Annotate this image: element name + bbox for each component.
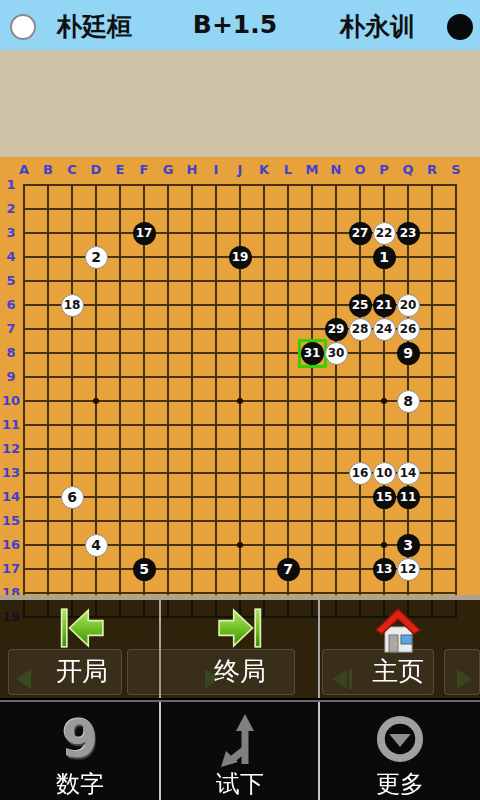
row-label: 16 xyxy=(1,537,21,552)
stone-2: 2 xyxy=(85,246,108,269)
stone-27: 27 xyxy=(349,222,372,245)
row-label: 4 xyxy=(1,249,21,264)
stone-4: 4 xyxy=(85,534,108,557)
column-label: N xyxy=(327,162,345,177)
stone-10: 10 xyxy=(373,462,396,485)
toolbar-row-2: 9 数字 试下 更多 xyxy=(0,700,480,800)
column-label: D xyxy=(87,162,105,177)
row-label: 10 xyxy=(1,393,21,408)
stone-18: 18 xyxy=(61,294,84,317)
column-label: K xyxy=(255,162,273,177)
stone-23: 23 xyxy=(397,222,420,245)
star-point xyxy=(381,542,387,548)
try-variation-label: 试下 xyxy=(160,768,320,800)
stone-13: 13 xyxy=(373,558,396,581)
row-label: 7 xyxy=(1,321,21,336)
stone-11: 11 xyxy=(397,486,420,509)
star-point xyxy=(237,542,243,548)
go-to-start-button[interactable]: 开局 xyxy=(12,600,152,698)
top-margin-area xyxy=(0,50,480,157)
row-label: 1 xyxy=(1,177,21,192)
stone-22: 22 xyxy=(373,222,396,245)
go-to-end-icon xyxy=(217,607,263,649)
try-variation-icon xyxy=(211,710,269,768)
column-label: I xyxy=(207,162,225,177)
toolbar-row-1: 开局 终局 主页 xyxy=(0,600,480,698)
stone-26: 26 xyxy=(397,318,420,341)
move-numbers-button[interactable]: 9 数字 xyxy=(0,702,160,800)
white-player-name: 朴廷桓 xyxy=(57,10,132,43)
column-label: H xyxy=(183,162,201,177)
stone-3: 3 xyxy=(397,534,420,557)
stone-8: 8 xyxy=(397,390,420,413)
go-to-end-label: 终局 xyxy=(170,654,310,689)
row-label: 6 xyxy=(1,297,21,312)
go-to-end-button[interactable]: 终局 xyxy=(170,600,310,698)
stone-6: 6 xyxy=(61,486,84,509)
row-label: 14 xyxy=(1,489,21,504)
stone-25: 25 xyxy=(349,294,372,317)
stone-30: 30 xyxy=(325,342,348,365)
row-label: 8 xyxy=(1,345,21,360)
stone-9: 9 xyxy=(397,342,420,365)
go-to-start-icon xyxy=(59,607,105,649)
column-label: R xyxy=(423,162,441,177)
stone-29: 29 xyxy=(325,318,348,341)
column-label: J xyxy=(231,162,249,177)
home-label: 主页 xyxy=(328,654,468,689)
white-stone-icon xyxy=(10,14,36,40)
column-label: G xyxy=(159,162,177,177)
column-label: L xyxy=(279,162,297,177)
column-label: Q xyxy=(399,162,417,177)
stone-20: 20 xyxy=(397,294,420,317)
move-numbers-icon: 9 xyxy=(62,710,98,768)
toolbar-separator xyxy=(318,600,320,698)
column-label: A xyxy=(15,162,33,177)
column-label: O xyxy=(351,162,369,177)
row-label: 2 xyxy=(1,201,21,216)
more-button[interactable]: 更多 xyxy=(320,702,480,800)
star-point xyxy=(93,398,99,404)
try-variation-button[interactable]: 试下 xyxy=(160,702,320,800)
app-screen: 朴廷桓 B+1.5 朴永训 ABCDEFGHIJKLMNOPQRS1234567… xyxy=(0,0,480,800)
row-label: 3 xyxy=(1,225,21,240)
column-label: C xyxy=(63,162,81,177)
game-result: B+1.5 xyxy=(193,10,277,39)
row-label: 11 xyxy=(1,417,21,432)
row-label: 17 xyxy=(1,561,21,576)
column-label: P xyxy=(375,162,393,177)
column-label: B xyxy=(39,162,57,177)
go-to-start-label: 开局 xyxy=(12,654,152,689)
top-bar: 朴廷桓 B+1.5 朴永训 xyxy=(0,0,480,50)
stone-14: 14 xyxy=(397,462,420,485)
stone-24: 24 xyxy=(373,318,396,341)
stone-17: 17 xyxy=(133,222,156,245)
stone-21: 21 xyxy=(373,294,396,317)
stone-12: 12 xyxy=(397,558,420,581)
column-label: F xyxy=(135,162,153,177)
row-label: 9 xyxy=(1,369,21,384)
stone-28: 28 xyxy=(349,318,372,341)
stone-16: 16 xyxy=(349,462,372,485)
more-icon xyxy=(373,710,427,768)
home-icon xyxy=(374,607,422,655)
stone-5: 5 xyxy=(133,558,156,581)
column-label: M xyxy=(303,162,321,177)
stone-7: 7 xyxy=(277,558,300,581)
move-numbers-label: 数字 xyxy=(0,768,160,800)
home-button[interactable]: 主页 xyxy=(328,600,468,698)
star-point xyxy=(237,398,243,404)
star-point xyxy=(381,398,387,404)
stone-15: 15 xyxy=(373,486,396,509)
row-label: 12 xyxy=(1,441,21,456)
more-label: 更多 xyxy=(320,768,480,800)
stone-1: 1 xyxy=(373,246,396,269)
column-label: S xyxy=(447,162,465,177)
row-label: 5 xyxy=(1,273,21,288)
stone-31: 31 xyxy=(301,342,324,365)
column-label: E xyxy=(111,162,129,177)
stone-19: 19 xyxy=(229,246,252,269)
row-label: 15 xyxy=(1,513,21,528)
black-player-name: 朴永训 xyxy=(340,10,415,43)
black-stone-icon xyxy=(447,14,473,40)
row-label: 13 xyxy=(1,465,21,480)
